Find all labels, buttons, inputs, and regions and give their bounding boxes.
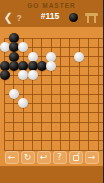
- go-board-table-icon[interactable]: [85, 13, 98, 23]
- undo-button[interactable]: ↩: [37, 151, 51, 164]
- grid-line-horizontal: [5, 112, 104, 113]
- stone-white: [18, 70, 28, 80]
- header-bar: GO MASTER ❮ ? #115: [0, 0, 103, 27]
- stone-white: [46, 61, 56, 71]
- arrow-right-icon: →: [88, 152, 96, 162]
- help-button[interactable]: ?: [15, 12, 23, 24]
- app-screen: GO MASTER ❮ ? #115 ← ↻ ↩ ? ↗: [0, 0, 103, 183]
- restart-button[interactable]: ↻: [21, 151, 35, 164]
- stone-white: [74, 52, 84, 62]
- hint-button[interactable]: ?: [53, 151, 67, 164]
- share-button[interactable]: ↗: [69, 151, 83, 164]
- question-icon: ?: [57, 152, 62, 162]
- stone-white: [9, 89, 19, 99]
- problem-number: #115: [30, 11, 70, 21]
- back-button[interactable]: ❮: [3, 10, 13, 24]
- bottom-toolbar: ← ↻ ↩ ? ↗ →: [0, 149, 103, 165]
- black-to-move-indicator: [69, 13, 78, 22]
- question-icon: ?: [16, 13, 21, 23]
- share-arrow-icon: ↗: [75, 151, 80, 157]
- grid-line-horizontal: [5, 84, 104, 85]
- grid-line-horizontal: [5, 94, 104, 95]
- grid-line-horizontal: [5, 38, 104, 39]
- prev-button[interactable]: ←: [5, 151, 19, 164]
- footer-bar: [0, 166, 103, 183]
- grid-line-horizontal: [5, 140, 104, 141]
- grid-line-horizontal: [5, 131, 104, 132]
- stone-white: [28, 70, 38, 80]
- undo-arrow-icon: ↩: [40, 152, 48, 162]
- next-button[interactable]: →: [85, 151, 99, 164]
- app-title: GO MASTER: [0, 2, 103, 9]
- stone-white: [18, 42, 28, 52]
- refresh-icon: ↻: [24, 152, 32, 162]
- back-chevron-icon: ❮: [3, 11, 12, 23]
- arrow-left-icon: ←: [8, 152, 16, 162]
- grid-line-horizontal: [5, 122, 104, 123]
- stone-black: [0, 70, 10, 80]
- stone-white: [18, 98, 28, 108]
